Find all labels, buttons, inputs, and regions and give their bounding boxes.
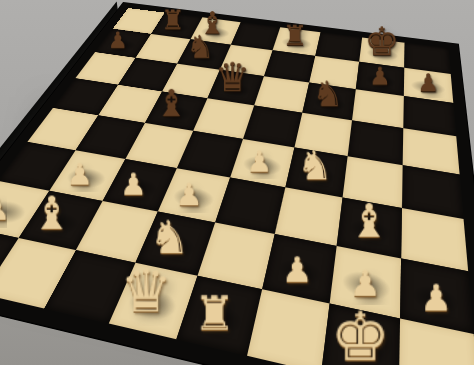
square-g6 bbox=[352, 89, 404, 128]
chess-board: ♜♝♜♚♟♞♟♟♛♞♝♟♞♟♟♟♝♟♝♞♟♟♟♜♛♜♚ bbox=[0, 2, 474, 365]
piece-black-knight-c7: ♞ bbox=[186, 31, 214, 62]
piece-white-bishop-b2: ♝ bbox=[32, 190, 73, 235]
piece-white-king-g1: ♚ bbox=[330, 302, 390, 365]
piece-black-rook-e8: ♜ bbox=[282, 21, 307, 49]
piece-white-pawn-g2: ♟ bbox=[349, 265, 381, 301]
square-e5 bbox=[243, 105, 302, 147]
piece-black-king-g8: ♚ bbox=[364, 21, 399, 60]
square-d1: ♛ bbox=[109, 262, 198, 339]
square-e6 bbox=[254, 76, 309, 113]
piece-white-pawn-h2: ♟ bbox=[420, 278, 453, 314]
piece-black-knight-f6: ♞ bbox=[312, 76, 343, 111]
square-g1: ♚ bbox=[321, 303, 400, 365]
square-f8 bbox=[315, 32, 362, 62]
piece-black-pawn-a7: ♟ bbox=[108, 28, 128, 50]
square-f1 bbox=[247, 289, 330, 365]
piece-white-knight-d2: ♞ bbox=[149, 214, 190, 260]
square-f4: ♞ bbox=[285, 147, 347, 197]
piece-white-pawn-c3: ♟ bbox=[120, 168, 147, 198]
piece-white-bishop-g3: ♝ bbox=[349, 197, 390, 243]
piece-white-pawn-e4: ♟ bbox=[246, 146, 272, 175]
piece-white-rook-e1: ♜ bbox=[193, 288, 235, 335]
piece-white-pawn-b3: ♟ bbox=[67, 159, 94, 189]
piece-black-bishop-c5: ♝ bbox=[155, 84, 188, 121]
piece-white-queen-d1: ♛ bbox=[120, 261, 172, 319]
square-g3: ♝ bbox=[337, 197, 402, 258]
piece-white-pawn-a2: ♟ bbox=[0, 192, 11, 224]
piece-white-pawn-d3: ♟ bbox=[175, 178, 203, 209]
photo-scene: ♜♝♜♚♟♞♟♟♛♞♝♟♞♟♟♟♝♟♝♞♟♟♟♜♛♜♚ bbox=[0, 0, 474, 365]
piece-black-pawn-h7: ♟ bbox=[417, 70, 439, 95]
piece-black-rook-b8: ♜ bbox=[161, 6, 185, 33]
piece-white-knight-f4: ♞ bbox=[297, 145, 333, 185]
piece-white-pawn-f2: ♟ bbox=[282, 251, 313, 286]
piece-black-pawn-g7: ♟ bbox=[369, 63, 391, 87]
piece-black-queen-d6: ♛ bbox=[215, 57, 250, 96]
